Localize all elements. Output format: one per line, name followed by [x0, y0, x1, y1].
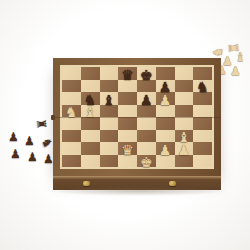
square-e4[interactable]	[137, 117, 156, 130]
square-e8[interactable]: ♚	[137, 67, 156, 80]
square-h7[interactable]: ♞	[193, 80, 212, 93]
square-a1[interactable]	[62, 155, 81, 168]
square-e6[interactable]: ♟	[137, 92, 156, 105]
piece-white-queen[interactable]: ♛	[121, 143, 134, 157]
fold-seam	[53, 117, 221, 118]
square-g2[interactable]: ♟	[175, 142, 194, 155]
square-f3[interactable]	[156, 130, 175, 143]
square-g7[interactable]	[175, 80, 194, 93]
square-d5[interactable]	[118, 105, 137, 118]
square-a7[interactable]	[62, 80, 81, 93]
piece-white-king[interactable]: ♚	[140, 155, 153, 169]
captured-black-pawn: ♟	[24, 135, 35, 147]
square-a2[interactable]	[62, 142, 81, 155]
piece-white-pawn[interactable]: ♟	[178, 143, 191, 157]
square-h3[interactable]	[193, 130, 212, 143]
board-frame: ♛♚♟♞♞♝♟♟♞♝♝♛♟♟♚	[53, 58, 221, 176]
piece-black-bishop[interactable]: ♝	[103, 93, 116, 107]
square-h4[interactable]	[193, 117, 212, 130]
square-c4[interactable]	[100, 117, 119, 130]
square-b3[interactable]	[81, 130, 100, 143]
square-b2[interactable]	[81, 142, 100, 155]
board-shadow	[48, 186, 228, 196]
captured-black-pawn: ♟	[10, 148, 21, 160]
square-c3[interactable]	[100, 130, 119, 143]
piece-black-pawn[interactable]: ♟	[140, 93, 153, 107]
square-b1[interactable]	[81, 155, 100, 168]
square-d2[interactable]: ♛	[118, 142, 137, 155]
chess-set-photo: ♞♜♟♝♟♟ ♜♟♟♞♟♟♟ ♛♚♟♞♞♝♟♟♞♝♝♛♟♟♚	[0, 0, 250, 250]
square-a6[interactable]	[62, 92, 81, 105]
square-e1[interactable]: ♚	[137, 155, 156, 168]
square-e3[interactable]	[137, 130, 156, 143]
square-f7[interactable]: ♟	[156, 80, 175, 93]
square-a3[interactable]	[62, 130, 81, 143]
square-d8[interactable]: ♛	[118, 67, 137, 80]
square-c1[interactable]	[100, 155, 119, 168]
piece-white-knight[interactable]: ♞	[65, 105, 78, 119]
square-f6[interactable]: ♟	[156, 92, 175, 105]
square-b7[interactable]	[81, 80, 100, 93]
captured-black-pawn: ♟	[8, 131, 19, 143]
captured-white-pawn: ♟	[230, 65, 241, 77]
captured-black-pawn: ♟	[27, 151, 38, 163]
square-b6[interactable]: ♞	[81, 92, 100, 105]
piece-black-knight[interactable]: ♞	[196, 80, 209, 94]
square-g8[interactable]	[175, 67, 194, 80]
square-a8[interactable]	[62, 67, 81, 80]
piece-white-pawn[interactable]: ♟	[159, 143, 172, 157]
square-e2[interactable]	[137, 142, 156, 155]
square-f2[interactable]: ♟	[156, 142, 175, 155]
square-g4[interactable]	[175, 117, 194, 130]
piece-white-bishop[interactable]: ♝	[84, 105, 97, 119]
square-h8[interactable]	[193, 67, 212, 80]
square-d3[interactable]	[118, 130, 137, 143]
square-d4[interactable]	[118, 117, 137, 130]
square-h2[interactable]	[193, 142, 212, 155]
square-f8[interactable]	[156, 67, 175, 80]
square-h1[interactable]	[193, 155, 212, 168]
square-d6[interactable]	[118, 92, 137, 105]
chess-board: ♛♚♟♞♞♝♟♟♞♝♝♛♟♟♚	[53, 58, 221, 190]
square-b8[interactable]	[81, 67, 100, 80]
square-c6[interactable]: ♝	[100, 92, 119, 105]
hinge-icon	[51, 115, 55, 120]
square-g6[interactable]	[175, 92, 194, 105]
square-c2[interactable]	[100, 142, 119, 155]
square-f4[interactable]	[156, 117, 175, 130]
captured-black-rook: ♜	[35, 118, 48, 130]
square-a5[interactable]: ♞	[62, 105, 81, 118]
square-c7[interactable]	[100, 80, 119, 93]
captured-white-bishop: ♝	[235, 51, 246, 63]
board-maple-border: ♛♚♟♞♞♝♟♟♞♝♝♛♟♟♚	[60, 65, 214, 169]
square-g3[interactable]: ♝	[175, 130, 194, 143]
board-grid[interactable]: ♛♚♟♞♞♝♟♟♞♝♝♛♟♟♚	[62, 67, 212, 167]
square-c8[interactable]	[100, 67, 119, 80]
square-h5[interactable]	[193, 105, 212, 118]
piece-black-king[interactable]: ♚	[140, 68, 153, 82]
piece-black-queen[interactable]: ♛	[121, 68, 134, 82]
square-g5[interactable]	[175, 105, 194, 118]
piece-white-pawn[interactable]: ♟	[159, 93, 172, 107]
